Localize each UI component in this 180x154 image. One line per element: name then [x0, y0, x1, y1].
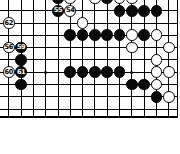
move-number: 56 — [5, 44, 13, 51]
go-stone-white — [151, 66, 163, 78]
go-stone-black — [114, 66, 126, 78]
go-stone-white — [163, 66, 175, 78]
go-stone-black — [101, 66, 113, 78]
go-stone-black-61: 61 — [15, 66, 27, 78]
go-stone-black — [138, 79, 150, 91]
go-stone-white — [126, 29, 138, 41]
star-point — [130, 71, 133, 74]
go-stone-black — [114, 5, 126, 17]
go-stone-white — [77, 17, 89, 29]
move-number: 61 — [17, 69, 25, 76]
go-stone-black — [15, 79, 27, 91]
go-stone-white — [163, 91, 175, 103]
grid-line-horizontal — [0, 109, 178, 110]
go-stone-black — [126, 79, 138, 91]
go-stone-black-55: 55 — [52, 5, 64, 17]
go-stone-white — [114, 0, 126, 4]
move-number: 55 — [54, 7, 62, 14]
go-stone-black — [64, 66, 76, 78]
go-board-diagram: 55546256596061 — [0, 0, 180, 154]
move-number: 59 — [17, 44, 25, 51]
board-edge-bottom — [0, 116, 178, 118]
go-stone-white — [126, 42, 138, 54]
go-stone-black — [77, 29, 89, 41]
go-stone-black — [138, 5, 150, 17]
go-stone-black — [52, 0, 64, 4]
move-number: 60 — [5, 69, 13, 76]
go-stone-black — [138, 29, 150, 41]
star-point — [44, 71, 47, 74]
grid-line-horizontal — [0, 23, 178, 24]
go-stone-white — [151, 29, 163, 41]
go-stone-white — [64, 0, 76, 4]
go-stone-black — [77, 66, 89, 78]
go-stone-black — [15, 54, 27, 66]
go-stone-white — [151, 54, 163, 66]
go-stone-white-62: 62 — [3, 17, 15, 29]
go-stone-white — [151, 79, 163, 91]
go-stone-white — [163, 42, 175, 54]
go-stone-black — [114, 29, 126, 41]
go-stone-white-56: 56 — [3, 42, 15, 54]
go-stone-black — [89, 29, 101, 41]
move-number: 62 — [5, 20, 13, 27]
go-stone-black-59: 59 — [15, 42, 27, 54]
go-stone-black — [126, 5, 138, 17]
go-stone-black — [151, 91, 163, 103]
go-stone-white — [89, 0, 101, 4]
go-stone-black — [101, 29, 113, 41]
go-stone-white-60: 60 — [3, 66, 15, 78]
go-stone-white — [126, 0, 138, 4]
go-stone-white-54: 54 — [64, 5, 76, 17]
move-number: 54 — [66, 7, 74, 14]
go-stone-black — [151, 5, 163, 17]
go-stone-black — [89, 66, 101, 78]
go-stone-black — [101, 0, 113, 4]
go-stone-black — [64, 29, 76, 41]
